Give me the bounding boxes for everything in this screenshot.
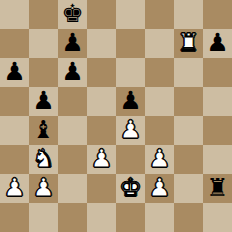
square-d7[interactable] <box>87 29 116 58</box>
square-a2[interactable]: ♟ <box>0 174 29 203</box>
black-pawn-e5[interactable]: ♟ <box>119 87 141 115</box>
white-pawn-f2[interactable]: ♟ <box>148 174 170 202</box>
chess-board: ♚♟♜♟♟♟♟♟♝♟♞♟♟♟♟♚♟♜ <box>0 0 232 232</box>
white-pawn-f3[interactable]: ♟ <box>148 145 170 173</box>
white-pawn-e4[interactable]: ♟ <box>119 116 141 144</box>
square-g2[interactable] <box>174 174 203 203</box>
square-g5[interactable] <box>174 87 203 116</box>
square-b3[interactable]: ♞ <box>29 145 58 174</box>
square-a8[interactable] <box>0 0 29 29</box>
square-c1[interactable] <box>58 203 87 232</box>
square-b8[interactable] <box>29 0 58 29</box>
white-knight-b3[interactable]: ♞ <box>32 145 54 173</box>
black-king-c8[interactable]: ♚ <box>61 0 83 28</box>
white-pawn-b2[interactable]: ♟ <box>32 174 54 202</box>
square-a4[interactable] <box>0 116 29 145</box>
square-b5[interactable]: ♟ <box>29 87 58 116</box>
square-g3[interactable] <box>174 145 203 174</box>
square-f8[interactable] <box>145 0 174 29</box>
square-e4[interactable]: ♟ <box>116 116 145 145</box>
square-f3[interactable]: ♟ <box>145 145 174 174</box>
square-g1[interactable] <box>174 203 203 232</box>
black-bishop-b4[interactable]: ♝ <box>32 116 54 144</box>
square-d5[interactable] <box>87 87 116 116</box>
square-a1[interactable] <box>0 203 29 232</box>
square-h8[interactable] <box>203 0 232 29</box>
square-a5[interactable] <box>0 87 29 116</box>
square-e3[interactable] <box>116 145 145 174</box>
square-c3[interactable] <box>58 145 87 174</box>
square-f4[interactable] <box>145 116 174 145</box>
square-d3[interactable]: ♟ <box>87 145 116 174</box>
square-e7[interactable] <box>116 29 145 58</box>
square-h1[interactable] <box>203 203 232 232</box>
square-d4[interactable] <box>87 116 116 145</box>
square-f5[interactable] <box>145 87 174 116</box>
square-c8[interactable]: ♚ <box>58 0 87 29</box>
square-c6[interactable]: ♟ <box>58 58 87 87</box>
square-b1[interactable] <box>29 203 58 232</box>
white-rook-g7[interactable]: ♜ <box>177 29 199 57</box>
square-h3[interactable] <box>203 145 232 174</box>
square-f1[interactable] <box>145 203 174 232</box>
black-pawn-c6[interactable]: ♟ <box>61 58 83 86</box>
square-d2[interactable] <box>87 174 116 203</box>
square-e8[interactable] <box>116 0 145 29</box>
square-h7[interactable]: ♟ <box>203 29 232 58</box>
square-f7[interactable] <box>145 29 174 58</box>
square-e5[interactable]: ♟ <box>116 87 145 116</box>
square-g8[interactable] <box>174 0 203 29</box>
square-b6[interactable] <box>29 58 58 87</box>
square-h5[interactable] <box>203 87 232 116</box>
square-h4[interactable] <box>203 116 232 145</box>
square-a6[interactable]: ♟ <box>0 58 29 87</box>
square-d1[interactable] <box>87 203 116 232</box>
white-king-e2[interactable]: ♚ <box>119 174 141 202</box>
square-e2[interactable]: ♚ <box>116 174 145 203</box>
square-c2[interactable] <box>58 174 87 203</box>
black-pawn-a6[interactable]: ♟ <box>3 58 25 86</box>
square-g6[interactable] <box>174 58 203 87</box>
white-pawn-d3[interactable]: ♟ <box>90 145 112 173</box>
square-c4[interactable] <box>58 116 87 145</box>
square-b7[interactable] <box>29 29 58 58</box>
square-d8[interactable] <box>87 0 116 29</box>
square-g4[interactable] <box>174 116 203 145</box>
square-a3[interactable] <box>0 145 29 174</box>
black-pawn-b5[interactable]: ♟ <box>32 87 54 115</box>
black-rook-h2[interactable]: ♜ <box>206 174 228 202</box>
black-pawn-h7[interactable]: ♟ <box>206 29 228 57</box>
square-f6[interactable] <box>145 58 174 87</box>
square-a7[interactable] <box>0 29 29 58</box>
square-e6[interactable] <box>116 58 145 87</box>
square-f2[interactable]: ♟ <box>145 174 174 203</box>
square-h2[interactable]: ♜ <box>203 174 232 203</box>
square-c5[interactable] <box>58 87 87 116</box>
square-b4[interactable]: ♝ <box>29 116 58 145</box>
square-d6[interactable] <box>87 58 116 87</box>
square-c7[interactable]: ♟ <box>58 29 87 58</box>
white-pawn-a2[interactable]: ♟ <box>3 174 25 202</box>
square-e1[interactable] <box>116 203 145 232</box>
black-pawn-c7[interactable]: ♟ <box>61 29 83 57</box>
square-b2[interactable]: ♟ <box>29 174 58 203</box>
square-h6[interactable] <box>203 58 232 87</box>
square-g7[interactable]: ♜ <box>174 29 203 58</box>
